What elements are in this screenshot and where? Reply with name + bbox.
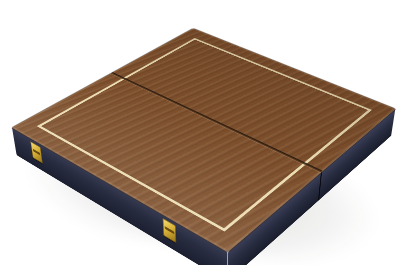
chess-set-photo	[0, 0, 400, 265]
board-top-walnut-frame	[12, 28, 395, 252]
scene	[0, 0, 400, 265]
chess-board	[12, 28, 395, 252]
checkerboard	[37, 38, 372, 232]
fold-seam-side	[318, 171, 322, 201]
